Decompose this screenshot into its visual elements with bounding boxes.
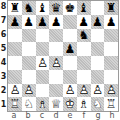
square-d8[interactable]: ♛ [49, 1, 63, 15]
piece-black-pawn: ♟ [77, 15, 91, 29]
board-area: 87654321 ♜♞♝♛♚♝♜♟♟♟♟♟♟♟♞♟♟♙♟♙♟♙♟♙♟♙♟♙♟♙♟… [0, 0, 120, 112]
file-label-a: a [7, 112, 21, 120]
square-e3[interactable] [63, 70, 77, 84]
rank-label-3: 3 [0, 70, 7, 84]
piece-outline-layer: ♙ [36, 56, 50, 70]
square-h7[interactable]: ♟ [104, 15, 118, 29]
piece-black-pawn: ♟ [8, 15, 22, 29]
square-f2[interactable]: ♟♙ [77, 84, 91, 98]
square-h8[interactable]: ♜ [104, 1, 118, 15]
piece-black-pawn: ♟ [36, 15, 50, 29]
square-f5[interactable] [77, 42, 91, 56]
square-f6[interactable]: ♞ [77, 29, 91, 43]
square-d6[interactable] [49, 29, 63, 43]
square-e7[interactable] [63, 15, 77, 29]
square-d3[interactable] [49, 70, 63, 84]
square-g6[interactable] [91, 29, 105, 43]
square-c4[interactable]: ♟♙ [36, 56, 50, 70]
piece-black-rook: ♜ [104, 1, 118, 15]
piece-black-pawn: ♟ [49, 15, 63, 29]
piece-outline-layer: ♘ [91, 97, 105, 111]
square-g3[interactable] [91, 70, 105, 84]
square-a4[interactable] [8, 56, 22, 70]
square-a1[interactable]: ♜♖ [8, 97, 22, 111]
file-labels: abcdefgh [7, 112, 119, 120]
square-a5[interactable] [8, 42, 22, 56]
square-e4[interactable] [63, 56, 77, 70]
piece-black-queen: ♛ [49, 1, 63, 15]
square-g5[interactable] [91, 42, 105, 56]
piece-outline-layer: ♗ [36, 97, 50, 111]
rank-label-8: 8 [0, 0, 7, 14]
rank-label-5: 5 [0, 42, 7, 56]
piece-white-pawn: ♟♙ [91, 84, 105, 98]
square-c5[interactable] [36, 42, 50, 56]
piece-outline-layer: ♙ [77, 84, 91, 98]
piece-white-pawn: ♟♙ [63, 84, 77, 98]
square-c8[interactable]: ♝ [36, 1, 50, 15]
rank-label-1: 1 [0, 98, 7, 112]
square-d2[interactable] [49, 84, 63, 98]
piece-outline-layer: ♕ [49, 97, 63, 111]
piece-outline-layer: ♔ [63, 97, 77, 111]
square-f8[interactable]: ♝ [77, 1, 91, 15]
piece-outline-layer: ♙ [63, 84, 77, 98]
square-e6[interactable] [63, 29, 77, 43]
piece-black-bishop: ♝ [36, 1, 50, 15]
square-b1[interactable]: ♞♘ [22, 97, 36, 111]
piece-white-knight: ♞♘ [91, 97, 105, 111]
piece-outline-layer: ♖ [8, 97, 22, 111]
square-d4[interactable]: ♟♙ [49, 56, 63, 70]
piece-white-pawn: ♟♙ [104, 84, 118, 98]
square-f7[interactable]: ♟ [77, 15, 91, 29]
piece-black-pawn: ♟ [104, 15, 118, 29]
square-e1[interactable]: ♚♔ [63, 97, 77, 111]
square-f1[interactable]: ♝♗ [77, 97, 91, 111]
rank-labels: 87654321 [0, 0, 7, 112]
square-f3[interactable] [77, 70, 91, 84]
file-label-g: g [91, 112, 105, 120]
square-d5[interactable] [49, 42, 63, 56]
square-c1[interactable]: ♝♗ [36, 97, 50, 111]
square-b3[interactable] [22, 70, 36, 84]
chess-board[interactable]: ♜♞♝♛♚♝♜♟♟♟♟♟♟♟♞♟♟♙♟♙♟♙♟♙♟♙♟♙♟♙♟♙♜♖♞♘♝♗♛♕… [7, 0, 119, 112]
piece-black-king: ♚ [63, 1, 77, 15]
square-g4[interactable] [91, 56, 105, 70]
piece-outline-layer: ♙ [91, 84, 105, 98]
square-c6[interactable] [36, 29, 50, 43]
square-g8[interactable] [91, 1, 105, 15]
chess-diagram: 87654321 ♜♞♝♛♚♝♜♟♟♟♟♟♟♟♞♟♟♙♟♙♟♙♟♙♟♙♟♙♟♙♟… [0, 0, 120, 120]
square-g1[interactable]: ♞♘ [91, 97, 105, 111]
piece-black-pawn: ♟ [91, 15, 105, 29]
square-e5[interactable]: ♟ [63, 42, 77, 56]
square-d7[interactable]: ♟ [49, 15, 63, 29]
square-a8[interactable]: ♜ [8, 1, 22, 15]
square-a3[interactable] [8, 70, 22, 84]
piece-white-queen: ♛♕ [49, 97, 63, 111]
piece-white-rook: ♜♖ [104, 97, 118, 111]
piece-black-pawn: ♟ [22, 15, 36, 29]
square-h2[interactable]: ♟♙ [104, 84, 118, 98]
piece-black-knight: ♞ [22, 1, 36, 15]
piece-white-bishop: ♝♗ [36, 97, 50, 111]
square-a7[interactable]: ♟ [8, 15, 22, 29]
square-h3[interactable] [104, 70, 118, 84]
piece-outline-layer: ♙ [104, 84, 118, 98]
square-b4[interactable] [22, 56, 36, 70]
square-a6[interactable] [8, 29, 22, 43]
square-b7[interactable]: ♟ [22, 15, 36, 29]
square-h1[interactable]: ♜♖ [104, 97, 118, 111]
file-label-h: h [105, 112, 119, 120]
piece-white-pawn: ♟♙ [49, 56, 63, 70]
piece-outline-layer: ♙ [22, 84, 36, 98]
square-h4[interactable] [104, 56, 118, 70]
rank-label-2: 2 [0, 84, 7, 98]
piece-white-king: ♚♔ [63, 97, 77, 111]
piece-white-knight: ♞♘ [22, 97, 36, 111]
square-c2[interactable] [36, 84, 50, 98]
file-label-c: c [35, 112, 49, 120]
square-c3[interactable] [36, 70, 50, 84]
rank-label-4: 4 [0, 56, 7, 70]
square-h5[interactable] [104, 42, 118, 56]
square-e2[interactable]: ♟♙ [63, 84, 77, 98]
piece-black-pawn: ♟ [63, 42, 77, 56]
square-a2[interactable]: ♟♙ [8, 84, 22, 98]
file-label-d: d [49, 112, 63, 120]
square-g7[interactable]: ♟ [91, 15, 105, 29]
rank-label-7: 7 [0, 14, 7, 28]
rank-label-6: 6 [0, 28, 7, 42]
square-d1[interactable]: ♛♕ [49, 97, 63, 111]
piece-black-bishop: ♝ [77, 1, 91, 15]
square-h6[interactable] [104, 29, 118, 43]
piece-white-pawn: ♟♙ [36, 56, 50, 70]
piece-white-pawn: ♟♙ [8, 84, 22, 98]
square-g2[interactable]: ♟♙ [91, 84, 105, 98]
square-f4[interactable] [77, 56, 91, 70]
piece-black-rook: ♜ [8, 1, 22, 15]
piece-white-bishop: ♝♗ [77, 97, 91, 111]
piece-black-knight: ♞ [77, 29, 91, 43]
file-label-b: b [21, 112, 35, 120]
piece-outline-layer: ♗ [77, 97, 91, 111]
square-e8[interactable]: ♚ [63, 1, 77, 15]
square-b6[interactable] [22, 29, 36, 43]
piece-outline-layer: ♘ [22, 97, 36, 111]
piece-white-rook: ♜♖ [8, 97, 22, 111]
square-b8[interactable]: ♞ [22, 1, 36, 15]
square-c7[interactable]: ♟ [36, 15, 50, 29]
piece-outline-layer: ♙ [8, 84, 22, 98]
square-b2[interactable]: ♟♙ [22, 84, 36, 98]
square-b5[interactable] [22, 42, 36, 56]
piece-white-pawn: ♟♙ [77, 84, 91, 98]
piece-outline-layer: ♙ [49, 56, 63, 70]
file-label-e: e [63, 112, 77, 120]
file-label-f: f [77, 112, 91, 120]
piece-outline-layer: ♖ [104, 97, 118, 111]
piece-white-pawn: ♟♙ [22, 84, 36, 98]
